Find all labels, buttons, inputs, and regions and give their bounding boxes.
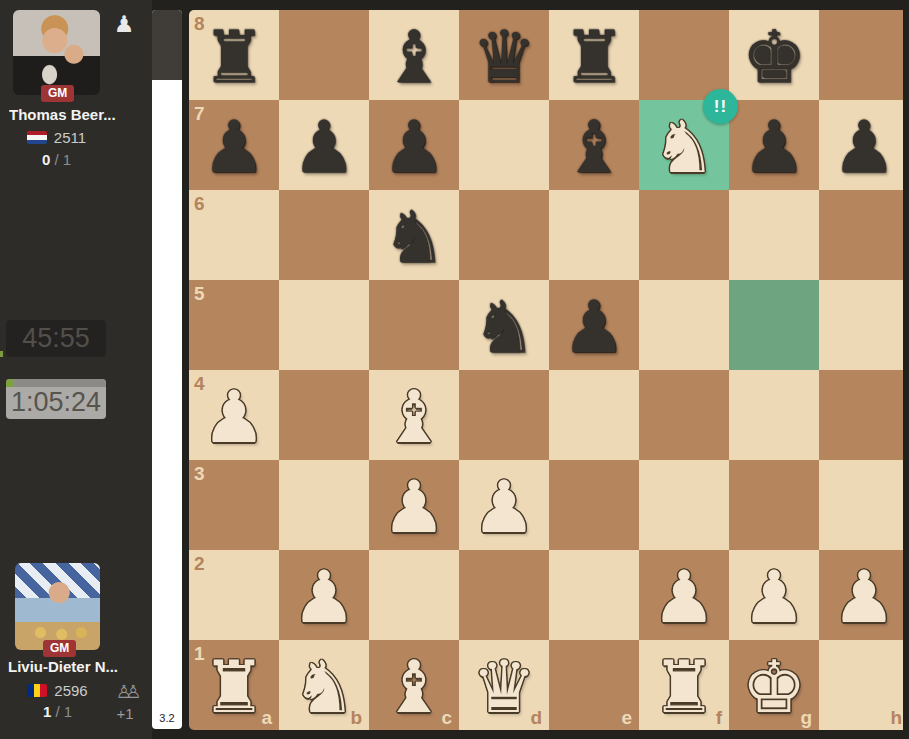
eval-value: 3.2 — [152, 712, 182, 724]
bottom-player-clock-time: 1:05:24 — [6, 387, 106, 419]
bottom-player-score: 1 / 1 — [15, 703, 100, 720]
square-e8[interactable]: ♜ — [549, 10, 639, 100]
square-b1[interactable]: b♞ — [279, 640, 369, 730]
chess-board: 8♜♝♛♜♚7♟♟♟♝♞♟♟6♞5♞♟4♟♝3♟♟2♟♟♟♟1a♜b♞c♝d♛e… — [189, 10, 909, 730]
rank-label-2: 2 — [194, 554, 205, 573]
square-g2[interactable]: ♟ — [729, 550, 819, 640]
romania-flag-icon — [27, 684, 47, 697]
square-h1[interactable]: h — [819, 640, 909, 730]
eval-black-segment — [152, 10, 182, 80]
bottom-player-title-badge: GM — [43, 640, 76, 657]
square-d4[interactable] — [459, 370, 549, 460]
top-player-name: Thomas Beer... — [9, 106, 150, 123]
black-pawn: ♟ — [369, 100, 459, 190]
black-bishop: ♝ — [549, 100, 639, 190]
square-e4[interactable] — [549, 370, 639, 460]
top-player-rating: 2511 — [54, 129, 86, 146]
black-pawn: ♟ — [729, 100, 819, 190]
square-h7[interactable]: ♟ — [819, 100, 909, 190]
square-a5[interactable]: 5 — [189, 280, 279, 370]
white-pawn: ♟ — [819, 550, 909, 640]
rank-label-5: 5 — [194, 284, 205, 303]
white-bishop: ♝ — [369, 370, 459, 460]
rank-label-7: 7 — [194, 104, 205, 123]
double-pawn-icon: ♙♙ — [109, 680, 141, 704]
square-d6[interactable] — [459, 190, 549, 280]
square-c6[interactable]: ♞ — [369, 190, 459, 280]
square-e3[interactable] — [549, 460, 639, 550]
netherlands-flag-icon — [27, 131, 47, 144]
square-a1[interactable]: 1a♜ — [189, 640, 279, 730]
black-pawn: ♟ — [819, 100, 909, 190]
bottom-player-photo — [15, 563, 100, 650]
black-knight: ♞ — [369, 190, 459, 280]
square-c3[interactable]: ♟ — [369, 460, 459, 550]
black-rook: ♜ — [549, 10, 639, 100]
white-pawn: ♟ — [369, 460, 459, 550]
file-label-d: d — [530, 708, 542, 727]
square-e1[interactable]: e — [549, 640, 639, 730]
rank-label-1: 1 — [194, 644, 205, 663]
clock-increment-marker — [0, 351, 3, 357]
file-label-b: b — [350, 708, 362, 727]
bottom-player-rating: 2596 — [54, 682, 87, 699]
annotation-text: !! — [714, 97, 727, 116]
top-player-photo — [13, 10, 100, 95]
square-d3[interactable]: ♟ — [459, 460, 549, 550]
top-player-score: 0 / 1 — [13, 151, 100, 168]
top-player-title-badge: GM — [41, 85, 74, 102]
square-d5[interactable]: ♞ — [459, 280, 549, 370]
square-c7[interactable]: ♟ — [369, 100, 459, 190]
square-b8[interactable] — [279, 10, 369, 100]
white-pawn: ♟ — [459, 460, 549, 550]
black-knight: ♞ — [459, 280, 549, 370]
square-h3[interactable] — [819, 460, 909, 550]
square-g1[interactable]: g♚ — [729, 640, 819, 730]
material-advantage: +1 — [111, 705, 139, 722]
top-player-rating-row: 2511 — [13, 129, 100, 146]
square-g7[interactable]: ♟ — [729, 100, 819, 190]
square-g8[interactable]: ♚ — [729, 10, 819, 100]
annotation-badge: !! — [703, 89, 738, 124]
square-d1[interactable]: d♛ — [459, 640, 549, 730]
square-c8[interactable]: ♝ — [369, 10, 459, 100]
square-c4[interactable]: ♝ — [369, 370, 459, 460]
square-a3[interactable]: 3 — [189, 460, 279, 550]
square-c1[interactable]: c♝ — [369, 640, 459, 730]
rank-label-6: 6 — [194, 194, 205, 213]
square-c2[interactable] — [369, 550, 459, 640]
square-f1[interactable]: f♜ — [639, 640, 729, 730]
square-e7[interactable]: ♝ — [549, 100, 639, 190]
top-player-clock: 45:55 — [6, 320, 106, 357]
square-a6[interactable]: 6 — [189, 190, 279, 280]
square-e2[interactable] — [549, 550, 639, 640]
square-h8[interactable] — [819, 10, 909, 100]
square-h4[interactable] — [819, 370, 909, 460]
square-f5[interactable] — [639, 280, 729, 370]
bottom-player-name: Liviu-Dieter N... — [8, 658, 150, 675]
black-pawn: ♟ — [279, 100, 369, 190]
clock-progress-marker — [6, 379, 14, 387]
square-a8[interactable]: 8♜ — [189, 10, 279, 100]
square-b4[interactable] — [279, 370, 369, 460]
square-c5[interactable] — [369, 280, 459, 370]
square-g4[interactable] — [729, 370, 819, 460]
square-b7[interactable]: ♟ — [279, 100, 369, 190]
rank-label-4: 4 — [194, 374, 205, 393]
square-b2[interactable]: ♟ — [279, 550, 369, 640]
black-pawn: ♟ — [549, 280, 639, 370]
pawn-icon: ♟ — [110, 10, 138, 38]
clock-progress-bar — [6, 379, 106, 387]
square-b3[interactable] — [279, 460, 369, 550]
square-d8[interactable]: ♛ — [459, 10, 549, 100]
rank-label-8: 8 — [194, 14, 205, 33]
bottom-player-rating-row: 2596 — [15, 682, 100, 699]
black-bishop: ♝ — [369, 10, 459, 100]
square-a4[interactable]: 4♟ — [189, 370, 279, 460]
square-g5[interactable] — [729, 280, 819, 370]
window-right-edge — [903, 0, 909, 739]
square-d7[interactable] — [459, 100, 549, 190]
square-b6[interactable] — [279, 190, 369, 280]
bottom-player-clock: 1:05:24 — [6, 379, 106, 419]
broadcast-game-viewer: ♟ GM Thomas Beer... 2511 0 / 1 45:55 1:0… — [0, 0, 909, 739]
square-f3[interactable] — [639, 460, 729, 550]
square-g3[interactable] — [729, 460, 819, 550]
square-a7[interactable]: 7♟ — [189, 100, 279, 190]
white-pawn: ♟ — [729, 550, 819, 640]
square-e6[interactable] — [549, 190, 639, 280]
sidebar: ♟ GM Thomas Beer... 2511 0 / 1 45:55 1:0… — [0, 0, 152, 739]
white-pawn: ♟ — [639, 550, 729, 640]
square-b5[interactable] — [279, 280, 369, 370]
square-f2[interactable]: ♟ — [639, 550, 729, 640]
file-label-c: c — [441, 708, 452, 727]
white-pawn: ♟ — [279, 550, 369, 640]
file-label-a: a — [261, 708, 272, 727]
black-king: ♚ — [729, 10, 819, 100]
square-g6[interactable] — [729, 190, 819, 280]
evaluation-bar: 3.2 — [152, 10, 182, 729]
square-a2[interactable]: 2 — [189, 550, 279, 640]
square-f8[interactable] — [639, 10, 729, 100]
file-label-f: f — [716, 708, 722, 727]
square-e5[interactable]: ♟ — [549, 280, 639, 370]
square-d2[interactable] — [459, 550, 549, 640]
square-f6[interactable] — [639, 190, 729, 280]
file-label-h: h — [890, 708, 902, 727]
file-label-g: g — [800, 708, 812, 727]
square-h2[interactable]: ♟ — [819, 550, 909, 640]
square-h6[interactable] — [819, 190, 909, 280]
square-h5[interactable] — [819, 280, 909, 370]
file-label-e: e — [621, 708, 632, 727]
square-f4[interactable] — [639, 370, 729, 460]
rank-label-3: 3 — [194, 464, 205, 483]
black-queen: ♛ — [459, 10, 549, 100]
